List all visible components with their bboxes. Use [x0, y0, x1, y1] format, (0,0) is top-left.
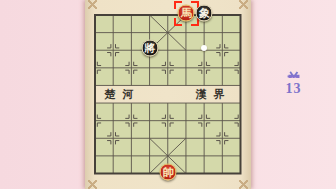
piece-red-horse[interactable]: 馬	[178, 5, 195, 22]
left-banner: 象棋杀着大全	[0, 0, 85, 189]
piece-black-general[interactable]: 將	[141, 40, 158, 57]
piece-black-elephant[interactable]: 象	[196, 5, 213, 22]
corner-ornament-icon	[239, 180, 248, 189]
corner-ornament-icon	[239, 0, 248, 9]
right-banner: 单马定式 13	[251, 0, 336, 189]
move-indicator-dot[interactable]	[201, 45, 207, 51]
right-banner-number: 13	[286, 81, 302, 97]
river-label-right: 漢界	[196, 87, 232, 102]
left-banner-title: 象棋杀着大全	[31, 85, 55, 94]
right-banner-title: 单马定式	[283, 58, 304, 78]
corner-ornament-icon	[88, 180, 97, 189]
xiangqi-board-frame: 楚河 漢界 馬象將帥	[85, 0, 251, 189]
xiangqi-board-grid[interactable]: 楚河 漢界 馬象將帥	[95, 15, 241, 174]
corner-ornament-icon	[88, 0, 97, 9]
river-label-left: 楚河	[105, 87, 141, 102]
screenshot-stage: 象棋杀着大全 单马定式 13 楚河 漢界 馬象將帥	[0, 0, 336, 189]
piece-red-general[interactable]: 帥	[160, 163, 177, 180]
